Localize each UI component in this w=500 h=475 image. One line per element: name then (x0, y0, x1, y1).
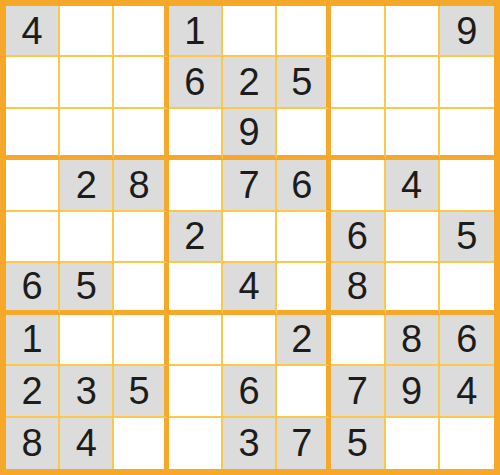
cell-r5c9[interactable]: 5 (440, 212, 494, 263)
cell-r1c6[interactable] (277, 6, 331, 57)
cell-r1c8[interactable] (386, 6, 440, 57)
cell-r8c8[interactable]: 9 (386, 366, 440, 417)
cell-r8c1[interactable]: 2 (6, 366, 60, 417)
cell-r2c7[interactable] (331, 57, 385, 108)
cell-r4c7[interactable] (331, 160, 385, 211)
cell-r4c5[interactable]: 7 (223, 160, 277, 211)
cell-r6c3[interactable] (114, 263, 168, 314)
cell-r4c9[interactable] (440, 160, 494, 211)
cell-r3c8[interactable] (386, 109, 440, 160)
cell-r9c6[interactable]: 7 (277, 418, 331, 469)
cell-r7c8[interactable]: 8 (386, 315, 440, 366)
cell-r8c3[interactable]: 5 (114, 366, 168, 417)
cell-r7c9[interactable]: 6 (440, 315, 494, 366)
cell-r6c1[interactable]: 6 (6, 263, 60, 314)
cell-r9c2[interactable]: 4 (60, 418, 114, 469)
cell-r5c4[interactable]: 2 (169, 212, 223, 263)
cell-r5c3[interactable] (114, 212, 168, 263)
cell-r8c4[interactable] (169, 366, 223, 417)
cell-r1c1[interactable]: 4 (6, 6, 60, 57)
cell-r9c8[interactable] (386, 418, 440, 469)
cell-r7c4[interactable] (169, 315, 223, 366)
cell-r4c2[interactable]: 2 (60, 160, 114, 211)
cell-r9c5[interactable]: 3 (223, 418, 277, 469)
cell-r1c2[interactable] (60, 6, 114, 57)
cell-r7c7[interactable] (331, 315, 385, 366)
cell-r3c1[interactable] (6, 109, 60, 160)
cell-r1c4[interactable]: 1 (169, 6, 223, 57)
cell-r7c5[interactable] (223, 315, 277, 366)
cell-r3c9[interactable] (440, 109, 494, 160)
cell-r8c9[interactable]: 4 (440, 366, 494, 417)
cell-r9c4[interactable] (169, 418, 223, 469)
cell-r9c1[interactable]: 8 (6, 418, 60, 469)
cell-r9c3[interactable] (114, 418, 168, 469)
cell-r1c7[interactable] (331, 6, 385, 57)
cell-r9c7[interactable]: 5 (331, 418, 385, 469)
cell-r2c3[interactable] (114, 57, 168, 108)
cell-r3c7[interactable] (331, 109, 385, 160)
cell-r4c8[interactable]: 4 (386, 160, 440, 211)
cell-r5c8[interactable] (386, 212, 440, 263)
sudoku-board: 41962592876426565481286235679484375 (0, 0, 500, 475)
cell-r1c9[interactable]: 9 (440, 6, 494, 57)
cell-r6c8[interactable] (386, 263, 440, 314)
cell-r6c7[interactable]: 8 (331, 263, 385, 314)
cell-r3c2[interactable] (60, 109, 114, 160)
cell-r2c1[interactable] (6, 57, 60, 108)
cell-r4c1[interactable] (6, 160, 60, 211)
cell-r1c5[interactable] (223, 6, 277, 57)
cell-r2c6[interactable]: 5 (277, 57, 331, 108)
cell-r7c3[interactable] (114, 315, 168, 366)
cell-r2c8[interactable] (386, 57, 440, 108)
cell-r6c4[interactable] (169, 263, 223, 314)
cell-r4c3[interactable]: 8 (114, 160, 168, 211)
cell-r6c2[interactable]: 5 (60, 263, 114, 314)
cell-r2c5[interactable]: 2 (223, 57, 277, 108)
cell-r2c2[interactable] (60, 57, 114, 108)
cell-r3c6[interactable] (277, 109, 331, 160)
cell-r9c9[interactable] (440, 418, 494, 469)
cell-r3c4[interactable] (169, 109, 223, 160)
cell-r8c7[interactable]: 7 (331, 366, 385, 417)
cell-r4c4[interactable] (169, 160, 223, 211)
cell-r8c2[interactable]: 3 (60, 366, 114, 417)
cell-r5c5[interactable] (223, 212, 277, 263)
cell-r8c6[interactable] (277, 366, 331, 417)
cell-r1c3[interactable] (114, 6, 168, 57)
cell-r2c4[interactable]: 6 (169, 57, 223, 108)
cell-r5c2[interactable] (60, 212, 114, 263)
cell-r2c9[interactable] (440, 57, 494, 108)
cell-r7c1[interactable]: 1 (6, 315, 60, 366)
cell-r6c9[interactable] (440, 263, 494, 314)
cell-r8c5[interactable]: 6 (223, 366, 277, 417)
cell-r3c3[interactable] (114, 109, 168, 160)
cell-r6c6[interactable] (277, 263, 331, 314)
cell-r4c6[interactable]: 6 (277, 160, 331, 211)
cell-r7c2[interactable] (60, 315, 114, 366)
cell-r5c6[interactable] (277, 212, 331, 263)
cell-r5c1[interactable] (6, 212, 60, 263)
cell-r7c6[interactable]: 2 (277, 315, 331, 366)
cell-r5c7[interactable]: 6 (331, 212, 385, 263)
cell-r3c5[interactable]: 9 (223, 109, 277, 160)
cell-r6c5[interactable]: 4 (223, 263, 277, 314)
